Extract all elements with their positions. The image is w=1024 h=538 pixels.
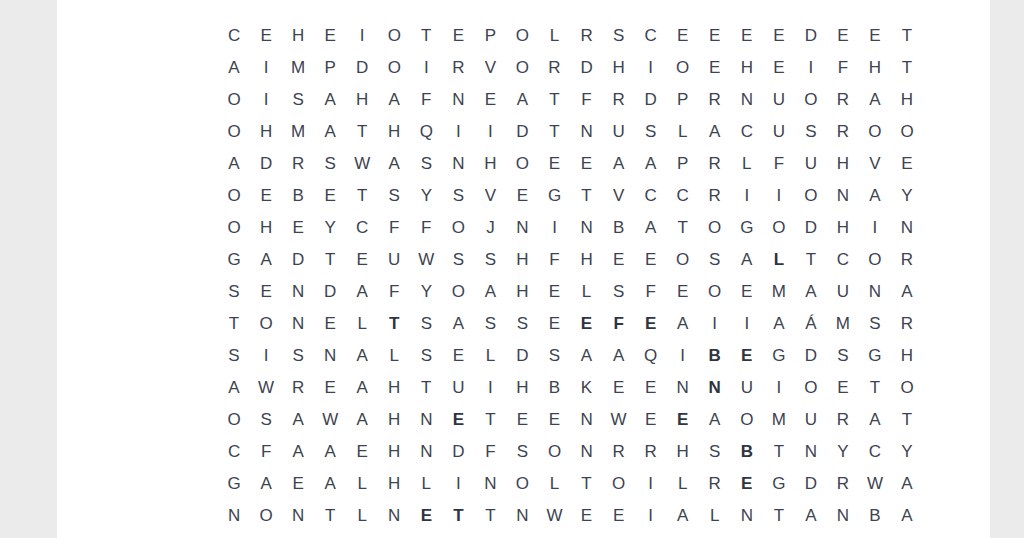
grid-cell[interactable]: A (346, 403, 378, 435)
grid-cell[interactable]: W (250, 371, 282, 403)
grid-cell[interactable]: D (506, 115, 538, 147)
grid-cell[interactable]: T (571, 179, 603, 211)
grid-cell[interactable]: O (218, 403, 250, 435)
grid-cell[interactable]: O (250, 307, 282, 339)
grid-cell[interactable]: R (699, 179, 731, 211)
grid-cell[interactable]: A (699, 403, 731, 435)
grid-cell[interactable]: K (571, 371, 603, 403)
grid-cell[interactable]: O (218, 115, 250, 147)
grid-cell[interactable]: O (218, 179, 250, 211)
grid-cell[interactable]: F (571, 83, 603, 115)
grid-cell[interactable]: S (506, 435, 538, 467)
grid-cell[interactable]: E (282, 211, 314, 243)
grid-cell[interactable]: A (378, 147, 410, 179)
grid-cell[interactable]: V (474, 51, 506, 83)
grid-cell[interactable]: C (218, 19, 250, 51)
grid-cell[interactable]: A (314, 83, 346, 115)
grid-cell[interactable]: H (827, 147, 859, 179)
grid-cell[interactable]: H (891, 339, 923, 371)
grid-cell[interactable]: Y (410, 179, 442, 211)
grid-cell[interactable]: F (763, 147, 795, 179)
grid-cell[interactable]: S (250, 403, 282, 435)
grid-cell[interactable]: E (250, 179, 282, 211)
grid-cell[interactable]: E (538, 403, 570, 435)
grid-cell[interactable]: H (250, 211, 282, 243)
grid-cell[interactable]: A (603, 339, 635, 371)
grid-cell[interactable]: I (442, 115, 474, 147)
grid-cell[interactable]: N (506, 499, 538, 531)
grid-cell[interactable]: I (250, 83, 282, 115)
grid-cell[interactable]: E (314, 371, 346, 403)
grid-cell[interactable]: D (346, 51, 378, 83)
grid-cell[interactable]: L (410, 467, 442, 499)
grid-cell[interactable]: O (218, 211, 250, 243)
grid-cell[interactable]: T (410, 371, 442, 403)
grid-cell[interactable]: A (250, 467, 282, 499)
grid-cell[interactable]: W (538, 499, 570, 531)
grid-cell[interactable]: O (795, 83, 827, 115)
grid-cell[interactable]: I (250, 51, 282, 83)
grid-cell[interactable]: S (442, 243, 474, 275)
grid-cell[interactable]: D (571, 51, 603, 83)
grid-cell[interactable]: O (603, 467, 635, 499)
grid-cell[interactable]: C (635, 19, 667, 51)
grid-cell[interactable]: T (538, 115, 570, 147)
grid-cell[interactable]: D (314, 275, 346, 307)
grid-cell[interactable]: A (282, 435, 314, 467)
grid-cell[interactable]: T (763, 499, 795, 531)
grid-cell[interactable]: R (699, 467, 731, 499)
grid-cell[interactable]: C (218, 435, 250, 467)
grid-cell[interactable]: F (410, 211, 442, 243)
grid-cell[interactable]: E (314, 307, 346, 339)
grid-cell[interactable]: O (378, 51, 410, 83)
grid-cell[interactable]: N (571, 403, 603, 435)
grid-cell[interactable]: I (410, 51, 442, 83)
grid-cell[interactable]: E (571, 499, 603, 531)
grid-cell[interactable]: A (891, 275, 923, 307)
grid-cell[interactable]: B (282, 179, 314, 211)
grid-cell[interactable]: W (859, 467, 891, 499)
grid-cell[interactable]: L (538, 467, 570, 499)
grid-cell[interactable]: E (635, 403, 667, 435)
grid-cell[interactable]: E (635, 307, 667, 339)
grid-cell[interactable]: A (506, 83, 538, 115)
grid-cell[interactable]: E (538, 275, 570, 307)
grid-cell[interactable]: N (699, 371, 731, 403)
grid-cell[interactable]: R (635, 435, 667, 467)
grid-cell[interactable]: S (474, 243, 506, 275)
grid-cell[interactable]: E (410, 499, 442, 531)
grid-cell[interactable]: F (538, 243, 570, 275)
grid-cell[interactable]: N (667, 371, 699, 403)
grid-cell[interactable]: U (795, 403, 827, 435)
grid-cell[interactable]: E (667, 19, 699, 51)
grid-cell[interactable]: L (699, 499, 731, 531)
grid-cell[interactable]: T (346, 115, 378, 147)
grid-cell[interactable]: E (667, 403, 699, 435)
grid-cell[interactable]: T (218, 307, 250, 339)
grid-cell[interactable]: D (795, 19, 827, 51)
grid-cell[interactable]: J (474, 211, 506, 243)
grid-cell[interactable]: L (378, 339, 410, 371)
grid-cell[interactable]: N (731, 499, 763, 531)
grid-cell[interactable]: A (442, 307, 474, 339)
grid-cell[interactable]: U (442, 371, 474, 403)
grid-cell[interactable]: E (346, 243, 378, 275)
grid-cell[interactable]: M (763, 403, 795, 435)
grid-cell[interactable]: E (603, 243, 635, 275)
grid-cell[interactable]: B (731, 435, 763, 467)
grid-cell[interactable]: O (795, 179, 827, 211)
grid-cell[interactable]: E (506, 179, 538, 211)
grid-cell[interactable]: A (667, 307, 699, 339)
grid-cell[interactable]: H (474, 147, 506, 179)
grid-cell[interactable]: I (474, 115, 506, 147)
grid-cell[interactable]: E (699, 19, 731, 51)
grid-cell[interactable]: R (538, 51, 570, 83)
grid-cell[interactable]: D (282, 243, 314, 275)
grid-cell[interactable]: L (763, 243, 795, 275)
grid-cell[interactable]: O (667, 51, 699, 83)
grid-cell[interactable]: N (282, 275, 314, 307)
grid-cell[interactable]: W (410, 243, 442, 275)
grid-cell[interactable]: M (763, 275, 795, 307)
grid-cell[interactable]: G (218, 467, 250, 499)
grid-cell[interactable]: G (763, 467, 795, 499)
grid-cell[interactable]: A (346, 275, 378, 307)
grid-cell[interactable]: I (635, 51, 667, 83)
grid-cell[interactable]: N (571, 435, 603, 467)
grid-cell[interactable]: H (506, 275, 538, 307)
grid-cell[interactable]: N (571, 115, 603, 147)
grid-cell[interactable]: I (538, 211, 570, 243)
grid-cell[interactable]: F (378, 275, 410, 307)
grid-cell[interactable]: U (827, 275, 859, 307)
grid-cell[interactable]: S (538, 339, 570, 371)
grid-cell[interactable]: L (346, 307, 378, 339)
grid-cell[interactable]: O (538, 435, 570, 467)
grid-cell[interactable]: G (859, 339, 891, 371)
grid-cell[interactable]: T (667, 211, 699, 243)
grid-cell[interactable]: S (410, 307, 442, 339)
grid-cell[interactable]: G (731, 211, 763, 243)
grid-cell[interactable]: N (410, 435, 442, 467)
grid-cell[interactable]: Á (795, 307, 827, 339)
grid-cell[interactable]: P (667, 83, 699, 115)
grid-cell[interactable]: A (859, 83, 891, 115)
grid-cell[interactable]: C (635, 179, 667, 211)
grid-cell[interactable]: R (282, 147, 314, 179)
grid-cell[interactable]: O (891, 115, 923, 147)
grid-cell[interactable]: A (218, 371, 250, 403)
grid-cell[interactable]: F (603, 307, 635, 339)
grid-cell[interactable]: N (506, 211, 538, 243)
grid-cell[interactable]: C (827, 243, 859, 275)
grid-cell[interactable]: Y (827, 435, 859, 467)
grid-cell[interactable]: E (603, 371, 635, 403)
grid-cell[interactable]: N (827, 499, 859, 531)
grid-cell[interactable]: N (378, 499, 410, 531)
grid-cell[interactable]: O (699, 211, 731, 243)
grid-cell[interactable]: E (346, 435, 378, 467)
grid-cell[interactable]: N (282, 499, 314, 531)
grid-cell[interactable]: E (442, 339, 474, 371)
grid-cell[interactable]: E (538, 147, 570, 179)
grid-cell[interactable]: I (763, 179, 795, 211)
grid-cell[interactable]: A (795, 499, 827, 531)
grid-cell[interactable]: T (891, 19, 923, 51)
grid-cell[interactable]: F (378, 211, 410, 243)
grid-cell[interactable]: E (731, 467, 763, 499)
grid-cell[interactable]: C (859, 435, 891, 467)
grid-cell[interactable]: R (827, 83, 859, 115)
grid-cell[interactable]: T (538, 83, 570, 115)
grid-cell[interactable]: I (635, 467, 667, 499)
grid-cell[interactable]: T (346, 179, 378, 211)
grid-cell[interactable]: E (827, 19, 859, 51)
grid-cell[interactable]: N (571, 211, 603, 243)
grid-cell[interactable]: E (699, 51, 731, 83)
grid-cell[interactable]: H (378, 435, 410, 467)
grid-cell[interactable]: D (250, 147, 282, 179)
grid-cell[interactable]: M (282, 115, 314, 147)
grid-cell[interactable]: O (667, 243, 699, 275)
grid-cell[interactable]: U (731, 371, 763, 403)
grid-cell[interactable]: O (218, 83, 250, 115)
grid-cell[interactable]: H (506, 371, 538, 403)
grid-cell[interactable]: E (731, 339, 763, 371)
grid-cell[interactable]: E (250, 275, 282, 307)
grid-cell[interactable]: A (314, 467, 346, 499)
grid-cell[interactable]: A (218, 51, 250, 83)
grid-cell[interactable]: A (218, 147, 250, 179)
grid-cell[interactable]: R (699, 83, 731, 115)
grid-cell[interactable]: R (827, 115, 859, 147)
grid-cell[interactable]: E (891, 147, 923, 179)
grid-cell[interactable]: E (763, 19, 795, 51)
grid-cell[interactable]: E (442, 403, 474, 435)
grid-cell[interactable]: T (571, 467, 603, 499)
grid-cell[interactable]: R (603, 83, 635, 115)
grid-cell[interactable]: N (731, 83, 763, 115)
grid-cell[interactable]: T (474, 499, 506, 531)
grid-cell[interactable]: A (571, 339, 603, 371)
grid-cell[interactable]: S (410, 339, 442, 371)
grid-cell[interactable]: O (763, 211, 795, 243)
grid-cell[interactable]: I (699, 307, 731, 339)
grid-cell[interactable]: S (282, 83, 314, 115)
grid-cell[interactable]: A (250, 243, 282, 275)
grid-cell[interactable]: H (571, 243, 603, 275)
grid-cell[interactable]: S (699, 243, 731, 275)
grid-cell[interactable]: D (795, 467, 827, 499)
grid-cell[interactable]: F (474, 435, 506, 467)
grid-cell[interactable]: L (731, 147, 763, 179)
grid-cell[interactable]: R (827, 403, 859, 435)
grid-cell[interactable]: T (474, 403, 506, 435)
grid-cell[interactable]: G (763, 339, 795, 371)
grid-cell[interactable]: D (795, 211, 827, 243)
grid-cell[interactable]: L (474, 339, 506, 371)
grid-cell[interactable]: D (795, 339, 827, 371)
grid-cell[interactable]: W (346, 147, 378, 179)
grid-cell[interactable]: B (538, 371, 570, 403)
grid-cell[interactable]: S (827, 339, 859, 371)
grid-cell[interactable]: R (442, 51, 474, 83)
grid-cell[interactable]: R (891, 243, 923, 275)
grid-cell[interactable]: N (442, 83, 474, 115)
grid-cell[interactable]: S (603, 19, 635, 51)
grid-cell[interactable]: T (891, 51, 923, 83)
grid-cell[interactable]: A (635, 211, 667, 243)
grid-cell[interactable]: O (378, 19, 410, 51)
grid-cell[interactable]: R (571, 19, 603, 51)
grid-cell[interactable]: E (635, 371, 667, 403)
grid-cell[interactable]: T (314, 499, 346, 531)
grid-cell[interactable]: E (571, 307, 603, 339)
grid-cell[interactable]: D (635, 83, 667, 115)
grid-cell[interactable]: M (827, 307, 859, 339)
grid-cell[interactable]: N (891, 211, 923, 243)
grid-cell[interactable]: R (827, 467, 859, 499)
grid-cell[interactable]: A (346, 339, 378, 371)
grid-cell[interactable]: E (635, 243, 667, 275)
grid-cell[interactable]: E (827, 371, 859, 403)
grid-cell[interactable]: I (859, 211, 891, 243)
grid-cell[interactable]: B (603, 211, 635, 243)
grid-cell[interactable]: C (667, 179, 699, 211)
grid-cell[interactable]: H (378, 467, 410, 499)
grid-cell[interactable]: N (827, 179, 859, 211)
grid-cell[interactable]: E (763, 51, 795, 83)
grid-cell[interactable]: A (859, 179, 891, 211)
grid-cell[interactable]: V (474, 179, 506, 211)
grid-cell[interactable]: S (699, 435, 731, 467)
grid-cell[interactable]: H (891, 83, 923, 115)
grid-cell[interactable]: E (571, 147, 603, 179)
grid-cell[interactable]: I (731, 307, 763, 339)
grid-cell[interactable]: A (699, 115, 731, 147)
grid-cell[interactable]: M (282, 51, 314, 83)
grid-cell[interactable]: E (474, 83, 506, 115)
grid-cell[interactable]: S (282, 339, 314, 371)
grid-cell[interactable]: A (314, 115, 346, 147)
grid-cell[interactable]: O (506, 19, 538, 51)
grid-cell[interactable]: S (635, 115, 667, 147)
grid-cell[interactable]: A (891, 499, 923, 531)
grid-cell[interactable]: H (250, 115, 282, 147)
grid-cell[interactable]: E (538, 307, 570, 339)
grid-cell[interactable]: I (442, 467, 474, 499)
grid-cell[interactable]: Y (891, 435, 923, 467)
grid-cell[interactable]: Y (314, 211, 346, 243)
grid-cell[interactable]: H (378, 115, 410, 147)
grid-cell[interactable]: I (474, 371, 506, 403)
grid-cell[interactable]: I (250, 339, 282, 371)
grid-cell[interactable]: F (250, 435, 282, 467)
grid-cell[interactable]: A (635, 147, 667, 179)
grid-cell[interactable]: P (474, 19, 506, 51)
grid-cell[interactable]: A (859, 403, 891, 435)
grid-cell[interactable]: N (314, 339, 346, 371)
grid-cell[interactable]: N (442, 147, 474, 179)
grid-cell[interactable]: H (603, 51, 635, 83)
grid-cell[interactable]: E (314, 179, 346, 211)
grid-cell[interactable]: E (731, 275, 763, 307)
grid-cell[interactable]: G (538, 179, 570, 211)
grid-cell[interactable]: I (763, 371, 795, 403)
grid-cell[interactable]: N (474, 467, 506, 499)
grid-cell[interactable]: E (282, 467, 314, 499)
grid-cell[interactable]: O (731, 403, 763, 435)
grid-cell[interactable]: Y (891, 179, 923, 211)
grid-cell[interactable]: A (603, 147, 635, 179)
grid-cell[interactable]: V (859, 147, 891, 179)
grid-cell[interactable]: N (795, 435, 827, 467)
grid-cell[interactable]: E (250, 19, 282, 51)
grid-cell[interactable]: D (442, 435, 474, 467)
grid-cell[interactable]: S (506, 307, 538, 339)
grid-cell[interactable]: O (506, 147, 538, 179)
grid-cell[interactable]: L (571, 275, 603, 307)
grid-cell[interactable]: B (699, 339, 731, 371)
grid-cell[interactable]: A (891, 467, 923, 499)
grid-cell[interactable]: R (891, 307, 923, 339)
grid-cell[interactable]: H (667, 435, 699, 467)
grid-cell[interactable]: E (859, 19, 891, 51)
grid-cell[interactable]: S (314, 147, 346, 179)
grid-cell[interactable]: Y (410, 275, 442, 307)
grid-cell[interactable]: E (731, 19, 763, 51)
grid-cell[interactable]: E (506, 403, 538, 435)
grid-cell[interactable]: L (667, 115, 699, 147)
grid-cell[interactable]: S (378, 179, 410, 211)
grid-cell[interactable]: I (667, 339, 699, 371)
grid-cell[interactable]: U (603, 115, 635, 147)
grid-cell[interactable]: T (410, 19, 442, 51)
grid-cell[interactable]: I (346, 19, 378, 51)
grid-cell[interactable]: P (667, 147, 699, 179)
grid-cell[interactable]: S (218, 339, 250, 371)
grid-cell[interactable]: L (538, 19, 570, 51)
grid-cell[interactable]: N (282, 307, 314, 339)
grid-cell[interactable]: T (314, 243, 346, 275)
grid-cell[interactable]: D (506, 339, 538, 371)
grid-cell[interactable]: H (378, 403, 410, 435)
grid-cell[interactable]: C (346, 211, 378, 243)
grid-cell[interactable]: O (506, 467, 538, 499)
grid-cell[interactable]: W (603, 403, 635, 435)
grid-cell[interactable]: A (763, 307, 795, 339)
grid-cell[interactable]: I (635, 499, 667, 531)
grid-cell[interactable]: T (442, 499, 474, 531)
grid-cell[interactable]: A (731, 243, 763, 275)
grid-cell[interactable]: T (763, 435, 795, 467)
grid-cell[interactable]: S (442, 179, 474, 211)
grid-cell[interactable]: W (314, 403, 346, 435)
grid-cell[interactable]: U (763, 83, 795, 115)
grid-cell[interactable]: A (667, 499, 699, 531)
grid-cell[interactable]: O (442, 211, 474, 243)
grid-cell[interactable]: L (667, 467, 699, 499)
grid-cell[interactable]: O (795, 371, 827, 403)
grid-cell[interactable]: T (859, 371, 891, 403)
grid-cell[interactable]: F (410, 83, 442, 115)
grid-cell[interactable]: R (282, 371, 314, 403)
grid-cell[interactable]: H (282, 19, 314, 51)
grid-cell[interactable]: E (603, 499, 635, 531)
